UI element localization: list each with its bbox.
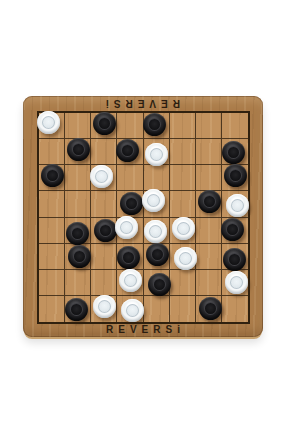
disc-black	[222, 141, 245, 164]
disc-white	[144, 220, 167, 243]
disc-white	[226, 194, 249, 217]
disc-black	[94, 219, 117, 242]
cell-c8	[91, 296, 117, 322]
cell-d5	[117, 218, 143, 244]
cell-b2	[65, 139, 91, 165]
cell-f6	[170, 244, 196, 270]
cell-e2	[144, 139, 170, 165]
disc-white	[90, 165, 113, 188]
cell-e1	[144, 113, 170, 139]
disc-black	[198, 190, 221, 213]
cell-b8	[65, 296, 91, 322]
disc-white	[174, 247, 197, 270]
disc-black	[68, 245, 91, 268]
cell-e5	[144, 218, 170, 244]
disc-black	[143, 113, 166, 136]
cell-a7	[39, 270, 65, 296]
cell-g3	[196, 165, 222, 191]
cell-a4	[39, 191, 65, 217]
cell-d6	[117, 244, 143, 270]
disc-white	[119, 269, 142, 292]
cell-h8	[222, 296, 248, 322]
cell-a5	[39, 218, 65, 244]
disc-white	[145, 143, 168, 166]
cell-h6	[222, 244, 248, 270]
cell-h2	[222, 139, 248, 165]
cell-a6	[39, 244, 65, 270]
disc-white	[172, 217, 195, 240]
cell-b3	[65, 165, 91, 191]
cell-a8	[39, 296, 65, 322]
cell-e6	[144, 244, 170, 270]
cell-a2	[39, 139, 65, 165]
disc-black	[41, 164, 64, 187]
cell-h4	[222, 191, 248, 217]
cell-h5	[222, 218, 248, 244]
disc-black	[65, 298, 88, 321]
cell-c7	[91, 270, 117, 296]
disc-white	[225, 271, 248, 294]
cell-e8	[144, 296, 170, 322]
cell-b6	[65, 244, 91, 270]
cell-g8	[196, 296, 222, 322]
disc-black	[93, 112, 116, 135]
disc-white	[142, 189, 165, 212]
cell-g6	[196, 244, 222, 270]
cell-f7	[170, 270, 196, 296]
cell-f1	[170, 113, 196, 139]
cell-c5	[91, 218, 117, 244]
cell-d1	[117, 113, 143, 139]
board-title-top: REVERSi	[23, 97, 263, 109]
board-grid	[37, 111, 250, 324]
cell-a3	[39, 165, 65, 191]
cell-c4	[91, 191, 117, 217]
cell-h1	[222, 113, 248, 139]
cell-c6	[91, 244, 117, 270]
disc-black	[148, 273, 171, 296]
cell-g1	[196, 113, 222, 139]
disc-black	[116, 139, 139, 162]
disc-white	[93, 295, 116, 318]
cell-c1	[91, 113, 117, 139]
cell-b4	[65, 191, 91, 217]
cell-f5	[170, 218, 196, 244]
cell-f4	[170, 191, 196, 217]
cell-a1	[39, 113, 65, 139]
cell-d2	[117, 139, 143, 165]
product-photo-background: REVERSi REVERSi	[0, 0, 287, 431]
cell-c3	[91, 165, 117, 191]
cell-f2	[170, 139, 196, 165]
disc-black	[223, 248, 246, 271]
disc-black	[224, 164, 247, 187]
disc-black	[221, 218, 244, 241]
disc-black	[66, 222, 89, 245]
cell-d8	[117, 296, 143, 322]
disc-black	[117, 246, 140, 269]
cell-d4	[117, 191, 143, 217]
cell-c2	[91, 139, 117, 165]
cell-g4	[196, 191, 222, 217]
cell-f3	[170, 165, 196, 191]
cell-d3	[117, 165, 143, 191]
cell-b5	[65, 218, 91, 244]
disc-black	[146, 243, 169, 266]
disc-white	[115, 216, 138, 239]
disc-white	[121, 299, 144, 322]
cell-h3	[222, 165, 248, 191]
cell-b7	[65, 270, 91, 296]
disc-black	[67, 138, 90, 161]
cell-h7	[222, 270, 248, 296]
cell-e7	[144, 270, 170, 296]
cell-e3	[144, 165, 170, 191]
cell-e4	[144, 191, 170, 217]
cell-f8	[170, 296, 196, 322]
reversi-board: REVERSi REVERSi	[23, 96, 263, 337]
cell-g5	[196, 218, 222, 244]
cell-g7	[196, 270, 222, 296]
board-title-bottom: REVERSi	[23, 324, 263, 336]
disc-black	[199, 297, 222, 320]
cell-d7	[117, 270, 143, 296]
cell-b1	[65, 113, 91, 139]
disc-black	[120, 192, 143, 215]
disc-white	[37, 111, 60, 134]
cell-g2	[196, 139, 222, 165]
